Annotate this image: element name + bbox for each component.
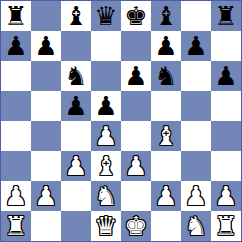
white-bishop[interactable]: ♝ — [94, 151, 117, 181]
black-pawn[interactable]: ♟ — [64, 91, 87, 121]
square-a8[interactable]: ♜ — [1, 1, 31, 31]
square-e2[interactable] — [121, 181, 151, 211]
white-pawn[interactable]: ♟ — [94, 121, 117, 151]
square-e1[interactable]: ♚ — [121, 211, 151, 241]
square-g2[interactable]: ♟ — [181, 181, 211, 211]
square-a6[interactable] — [1, 61, 31, 91]
white-knight[interactable]: ♞ — [184, 211, 207, 241]
square-d1[interactable]: ♛ — [91, 211, 121, 241]
black-knight[interactable]: ♞ — [64, 61, 87, 91]
square-a1[interactable]: ♜ — [1, 211, 31, 241]
square-f1[interactable] — [151, 211, 181, 241]
black-pawn[interactable]: ♟ — [4, 31, 27, 61]
square-e7[interactable] — [121, 31, 151, 61]
square-g8[interactable] — [181, 1, 211, 31]
square-h3[interactable] — [211, 151, 241, 181]
square-g5[interactable] — [181, 91, 211, 121]
square-a2[interactable]: ♟ — [1, 181, 31, 211]
square-d3[interactable]: ♝ — [91, 151, 121, 181]
white-pawn[interactable]: ♟ — [34, 181, 57, 211]
square-f2[interactable]: ♟ — [151, 181, 181, 211]
white-rook[interactable]: ♜ — [4, 211, 27, 241]
square-a7[interactable]: ♟ — [1, 31, 31, 61]
black-pawn[interactable]: ♟ — [124, 61, 147, 91]
black-pawn[interactable]: ♟ — [214, 61, 237, 91]
square-b7[interactable]: ♟ — [31, 31, 61, 61]
black-bishop[interactable]: ♝ — [154, 1, 177, 31]
square-h1[interactable]: ♜ — [211, 211, 241, 241]
square-c4[interactable] — [61, 121, 91, 151]
square-c1[interactable] — [61, 211, 91, 241]
square-d5[interactable]: ♟ — [91, 91, 121, 121]
square-d7[interactable] — [91, 31, 121, 61]
square-g3[interactable] — [181, 151, 211, 181]
square-c8[interactable]: ♝ — [61, 1, 91, 31]
square-h4[interactable] — [211, 121, 241, 151]
white-knight[interactable]: ♞ — [94, 181, 117, 211]
square-e3[interactable]: ♟ — [121, 151, 151, 181]
square-e6[interactable]: ♟ — [121, 61, 151, 91]
chess-board: ♜♝♛♚♝♜♟♟♟♟♞♟♞♟♟♟♟♝♟♝♟♟♟♞♟♟♟♜♛♚♞♜ — [0, 0, 242, 242]
square-h5[interactable] — [211, 91, 241, 121]
square-e4[interactable] — [121, 121, 151, 151]
square-a4[interactable] — [1, 121, 31, 151]
square-g7[interactable]: ♟ — [181, 31, 211, 61]
white-pawn[interactable]: ♟ — [4, 181, 27, 211]
square-g6[interactable] — [181, 61, 211, 91]
square-b5[interactable] — [31, 91, 61, 121]
square-b8[interactable] — [31, 1, 61, 31]
square-e8[interactable]: ♚ — [121, 1, 151, 31]
square-c5[interactable]: ♟ — [61, 91, 91, 121]
square-f3[interactable] — [151, 151, 181, 181]
square-h7[interactable] — [211, 31, 241, 61]
square-a5[interactable] — [1, 91, 31, 121]
square-a3[interactable] — [1, 151, 31, 181]
square-g1[interactable]: ♞ — [181, 211, 211, 241]
square-c3[interactable]: ♟ — [61, 151, 91, 181]
white-pawn[interactable]: ♟ — [64, 151, 87, 181]
black-rook[interactable]: ♜ — [4, 1, 27, 31]
square-c2[interactable] — [61, 181, 91, 211]
square-b3[interactable] — [31, 151, 61, 181]
square-b1[interactable] — [31, 211, 61, 241]
black-pawn[interactable]: ♟ — [154, 31, 177, 61]
white-pawn[interactable]: ♟ — [124, 151, 147, 181]
black-bishop[interactable]: ♝ — [64, 1, 87, 31]
white-pawn[interactable]: ♟ — [184, 181, 207, 211]
black-pawn[interactable]: ♟ — [184, 31, 207, 61]
black-pawn[interactable]: ♟ — [34, 31, 57, 61]
square-b6[interactable] — [31, 61, 61, 91]
square-b4[interactable] — [31, 121, 61, 151]
square-g4[interactable] — [181, 121, 211, 151]
square-d2[interactable]: ♞ — [91, 181, 121, 211]
white-rook[interactable]: ♜ — [214, 211, 237, 241]
square-d6[interactable] — [91, 61, 121, 91]
black-king[interactable]: ♚ — [124, 1, 147, 31]
square-c6[interactable]: ♞ — [61, 61, 91, 91]
black-queen[interactable]: ♛ — [94, 1, 117, 31]
square-h2[interactable]: ♟ — [211, 181, 241, 211]
square-f4[interactable]: ♝ — [151, 121, 181, 151]
square-c7[interactable] — [61, 31, 91, 61]
square-d8[interactable]: ♛ — [91, 1, 121, 31]
square-f7[interactable]: ♟ — [151, 31, 181, 61]
square-h6[interactable]: ♟ — [211, 61, 241, 91]
black-knight[interactable]: ♞ — [154, 61, 177, 91]
black-pawn[interactable]: ♟ — [94, 91, 117, 121]
square-f8[interactable]: ♝ — [151, 1, 181, 31]
white-queen[interactable]: ♛ — [94, 211, 117, 241]
white-king[interactable]: ♚ — [124, 211, 147, 241]
black-rook[interactable]: ♜ — [214, 1, 237, 31]
square-e5[interactable] — [121, 91, 151, 121]
square-h8[interactable]: ♜ — [211, 1, 241, 31]
square-f5[interactable] — [151, 91, 181, 121]
white-pawn[interactable]: ♟ — [214, 181, 237, 211]
white-bishop[interactable]: ♝ — [154, 121, 177, 151]
square-b2[interactable]: ♟ — [31, 181, 61, 211]
square-f6[interactable]: ♞ — [151, 61, 181, 91]
square-d4[interactable]: ♟ — [91, 121, 121, 151]
white-pawn[interactable]: ♟ — [154, 181, 177, 211]
